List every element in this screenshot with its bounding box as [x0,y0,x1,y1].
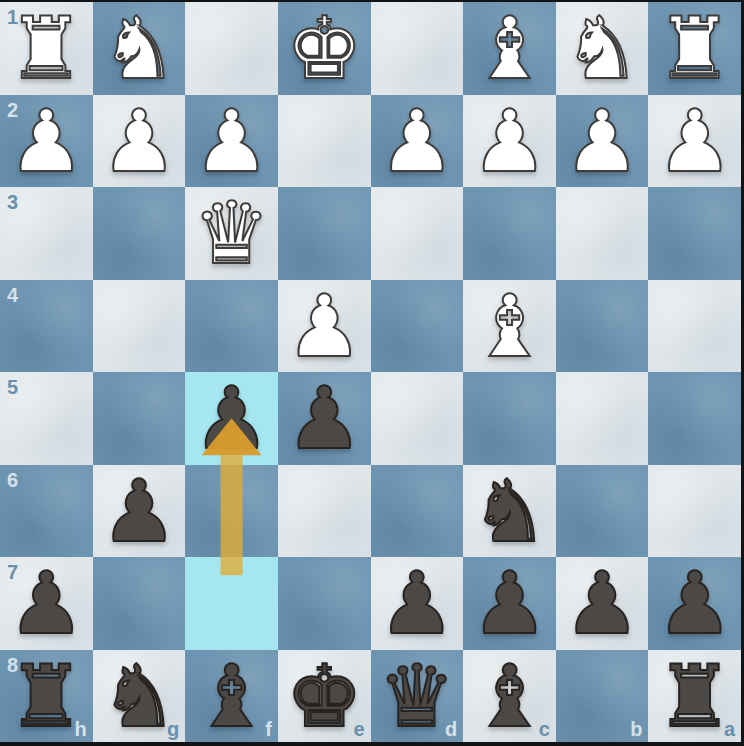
square-g1[interactable]: ♞ [93,2,186,95]
square-f1[interactable] [185,2,278,95]
square-e3[interactable] [278,187,371,280]
black-pawn[interactable]: ♟ [471,557,548,649]
square-c4[interactable]: ♝ [463,280,556,373]
square-h6[interactable]: 6 [0,465,93,558]
black-rook[interactable]: ♜ [656,650,733,742]
white-pawn[interactable]: ♟ [193,95,270,187]
square-b6[interactable] [556,465,649,558]
square-b3[interactable] [556,187,649,280]
square-h1[interactable]: 1♜ [0,2,93,95]
page-background: 1♜♞♚♝♞♜2♟♟♟♟♟♟♟3♛4♟♝5♟♟6♟♞7♟♟♟♟♟8h♜g♞f♝e… [0,0,744,746]
square-e6[interactable] [278,465,371,558]
square-h2[interactable]: 2♟ [0,95,93,188]
square-a8[interactable]: a♜ [648,650,741,743]
square-h8[interactable]: 8h♜ [0,650,93,743]
square-h3[interactable]: 3 [0,187,93,280]
rank-label: 5 [7,377,18,397]
square-g8[interactable]: g♞ [93,650,186,743]
square-g5[interactable] [93,372,186,465]
white-pawn[interactable]: ♟ [656,95,733,187]
square-c3[interactable] [463,187,556,280]
square-a1[interactable]: ♜ [648,2,741,95]
white-king[interactable]: ♚ [286,2,363,94]
square-f3[interactable]: ♛ [185,187,278,280]
square-b2[interactable]: ♟ [556,95,649,188]
square-e7[interactable] [278,557,371,650]
square-d7[interactable]: ♟ [371,557,464,650]
square-e5[interactable]: ♟ [278,372,371,465]
black-knight[interactable]: ♞ [471,465,548,557]
file-label: b [630,719,642,739]
rank-label: 3 [7,192,18,212]
square-b7[interactable]: ♟ [556,557,649,650]
square-a7[interactable]: ♟ [648,557,741,650]
black-pawn[interactable]: ♟ [656,557,733,649]
black-pawn[interactable]: ♟ [286,372,363,464]
black-pawn[interactable]: ♟ [8,557,85,649]
square-c8[interactable]: c♝ [463,650,556,743]
square-c7[interactable]: ♟ [463,557,556,650]
white-pawn[interactable]: ♟ [471,95,548,187]
square-h7[interactable]: 7♟ [0,557,93,650]
square-d5[interactable] [371,372,464,465]
white-bishop[interactable]: ♝ [471,280,548,372]
square-f4[interactable] [185,280,278,373]
square-e2[interactable] [278,95,371,188]
square-f8[interactable]: f♝ [185,650,278,743]
square-g7[interactable] [93,557,186,650]
black-pawn[interactable]: ♟ [564,557,641,649]
square-a2[interactable]: ♟ [648,95,741,188]
square-d2[interactable]: ♟ [371,95,464,188]
square-e1[interactable]: ♚ [278,2,371,95]
square-h4[interactable]: 4 [0,280,93,373]
white-knight[interactable]: ♞ [100,2,177,94]
square-f7[interactable] [185,557,278,650]
black-bishop[interactable]: ♝ [471,650,548,742]
square-e4[interactable]: ♟ [278,280,371,373]
square-b8[interactable]: b [556,650,649,743]
square-g3[interactable] [93,187,186,280]
white-queen[interactable]: ♛ [193,187,270,279]
white-pawn[interactable]: ♟ [8,95,85,187]
square-b4[interactable] [556,280,649,373]
rank-label: 4 [7,285,18,305]
white-pawn[interactable]: ♟ [100,95,177,187]
square-d6[interactable] [371,465,464,558]
black-king[interactable]: ♚ [286,650,363,742]
white-pawn[interactable]: ♟ [378,95,455,187]
square-h5[interactable]: 5 [0,372,93,465]
square-b5[interactable] [556,372,649,465]
square-g6[interactable]: ♟ [93,465,186,558]
square-a4[interactable] [648,280,741,373]
square-c6[interactable]: ♞ [463,465,556,558]
square-g4[interactable] [93,280,186,373]
white-pawn[interactable]: ♟ [286,280,363,372]
square-a5[interactable] [648,372,741,465]
white-rook[interactable]: ♜ [8,2,85,94]
rank-label: 6 [7,470,18,490]
black-pawn[interactable]: ♟ [100,465,177,557]
square-a6[interactable] [648,465,741,558]
black-pawn[interactable]: ♟ [378,557,455,649]
square-a3[interactable] [648,187,741,280]
white-pawn[interactable]: ♟ [564,95,641,187]
square-d8[interactable]: d♛ [371,650,464,743]
square-d3[interactable] [371,187,464,280]
square-c1[interactable]: ♝ [463,2,556,95]
square-f2[interactable]: ♟ [185,95,278,188]
chess-board: 1♜♞♚♝♞♜2♟♟♟♟♟♟♟3♛4♟♝5♟♟6♟♞7♟♟♟♟♟8h♜g♞f♝e… [0,2,741,742]
white-bishop[interactable]: ♝ [471,2,548,94]
black-knight[interactable]: ♞ [100,650,177,742]
square-b1[interactable]: ♞ [556,2,649,95]
square-c2[interactable]: ♟ [463,95,556,188]
square-c5[interactable] [463,372,556,465]
black-rook[interactable]: ♜ [8,650,85,742]
square-g2[interactable]: ♟ [93,95,186,188]
square-e8[interactable]: e♚ [278,650,371,743]
black-queen[interactable]: ♛ [378,650,455,742]
white-knight[interactable]: ♞ [564,2,641,94]
square-f6[interactable] [185,465,278,558]
black-bishop[interactable]: ♝ [193,650,270,742]
white-rook[interactable]: ♜ [656,2,733,94]
square-d4[interactable] [371,280,464,373]
black-pawn[interactable]: ♟ [193,372,270,464]
square-f5[interactable]: ♟ [185,372,278,465]
square-d1[interactable] [371,2,464,95]
